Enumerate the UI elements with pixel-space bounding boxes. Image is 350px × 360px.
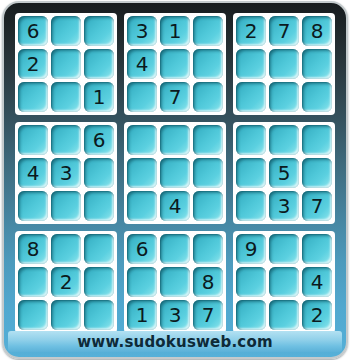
cell-r4c4[interactable] — [127, 125, 157, 155]
cell-r7c6[interactable] — [193, 234, 223, 264]
cell-r8c9: 4 — [302, 267, 332, 297]
cell-r5c3[interactable] — [84, 158, 114, 188]
box-5: 4 — [124, 122, 226, 224]
cell-r9c3[interactable] — [84, 300, 114, 330]
cell-r1c1: 6 — [18, 16, 48, 46]
cell-r9c6: 7 — [193, 300, 223, 330]
cell-r6c9: 7 — [302, 191, 332, 221]
cell-r2c8[interactable] — [269, 49, 299, 79]
cell-r5c2: 3 — [51, 158, 81, 188]
cell-r3c4[interactable] — [127, 82, 157, 112]
cell-r2c2[interactable] — [51, 49, 81, 79]
cell-r8c4[interactable] — [127, 267, 157, 297]
cell-r7c2[interactable] — [51, 234, 81, 264]
cell-r1c4: 3 — [127, 16, 157, 46]
cell-r8c6: 8 — [193, 267, 223, 297]
cell-r9c1[interactable] — [18, 300, 48, 330]
box-3: 278 — [233, 13, 335, 115]
cell-r6c2[interactable] — [51, 191, 81, 221]
cell-r2c3[interactable] — [84, 49, 114, 79]
cell-r8c5[interactable] — [160, 267, 190, 297]
cell-r3c1[interactable] — [18, 82, 48, 112]
cell-r4c9[interactable] — [302, 125, 332, 155]
cell-r7c1: 8 — [18, 234, 48, 264]
box-7: 82 — [15, 231, 117, 333]
cell-r1c8: 7 — [269, 16, 299, 46]
cell-r8c1[interactable] — [18, 267, 48, 297]
box-1: 621 — [15, 13, 117, 115]
cell-r7c5[interactable] — [160, 234, 190, 264]
footer: www.sudokusweb.com — [8, 331, 342, 352]
cell-r5c8: 5 — [269, 158, 299, 188]
cell-r6c3[interactable] — [84, 191, 114, 221]
cell-r3c6[interactable] — [193, 82, 223, 112]
cell-r2c1: 2 — [18, 49, 48, 79]
cell-r2c5[interactable] — [160, 49, 190, 79]
cell-r5c9[interactable] — [302, 158, 332, 188]
cell-r8c3[interactable] — [84, 267, 114, 297]
box-4: 643 — [15, 122, 117, 224]
box-9: 942 — [233, 231, 335, 333]
cell-r6c1[interactable] — [18, 191, 48, 221]
cell-r5c5[interactable] — [160, 158, 190, 188]
cell-r4c1[interactable] — [18, 125, 48, 155]
sudoku-board: 621314727864345378268137942 www.sudokusw… — [2, 1, 348, 359]
cell-r1c3[interactable] — [84, 16, 114, 46]
cell-r7c9[interactable] — [302, 234, 332, 264]
cell-r1c7: 2 — [236, 16, 266, 46]
cell-r8c8[interactable] — [269, 267, 299, 297]
cell-r7c3[interactable] — [84, 234, 114, 264]
cell-r8c2: 2 — [51, 267, 81, 297]
cell-r4c7[interactable] — [236, 125, 266, 155]
cell-r4c6[interactable] — [193, 125, 223, 155]
cell-r5c7[interactable] — [236, 158, 266, 188]
cell-r9c9: 2 — [302, 300, 332, 330]
cell-r5c1: 4 — [18, 158, 48, 188]
cell-r5c4[interactable] — [127, 158, 157, 188]
cell-r2c7[interactable] — [236, 49, 266, 79]
cell-r6c4[interactable] — [127, 191, 157, 221]
cell-r9c5: 3 — [160, 300, 190, 330]
cell-r2c6[interactable] — [193, 49, 223, 79]
cell-r3c2[interactable] — [51, 82, 81, 112]
cell-r9c7[interactable] — [236, 300, 266, 330]
cell-r4c5[interactable] — [160, 125, 190, 155]
sudoku-grid: 621314727864345378268137942 — [15, 13, 335, 333]
cell-r8c7[interactable] — [236, 267, 266, 297]
cell-r2c9[interactable] — [302, 49, 332, 79]
cell-r6c8: 3 — [269, 191, 299, 221]
cell-r9c4: 1 — [127, 300, 157, 330]
cell-r7c7: 9 — [236, 234, 266, 264]
cell-r9c2[interactable] — [51, 300, 81, 330]
cell-r1c2[interactable] — [51, 16, 81, 46]
cell-r5c6[interactable] — [193, 158, 223, 188]
cell-r3c9[interactable] — [302, 82, 332, 112]
cell-r2c4: 4 — [127, 49, 157, 79]
cell-r7c8[interactable] — [269, 234, 299, 264]
cell-r3c3: 1 — [84, 82, 114, 112]
cell-r4c8[interactable] — [269, 125, 299, 155]
box-6: 537 — [233, 122, 335, 224]
cell-r1c9: 8 — [302, 16, 332, 46]
cell-r4c3: 6 — [84, 125, 114, 155]
cell-r1c5: 1 — [160, 16, 190, 46]
cell-r6c7[interactable] — [236, 191, 266, 221]
site-link[interactable]: www.sudokusweb.com — [77, 333, 272, 351]
cell-r7c4: 6 — [127, 234, 157, 264]
cell-r3c5: 7 — [160, 82, 190, 112]
cell-r6c6[interactable] — [193, 191, 223, 221]
box-8: 68137 — [124, 231, 226, 333]
cell-r1c6[interactable] — [193, 16, 223, 46]
cell-r3c7[interactable] — [236, 82, 266, 112]
cell-r3c8[interactable] — [269, 82, 299, 112]
box-2: 3147 — [124, 13, 226, 115]
cell-r6c5: 4 — [160, 191, 190, 221]
cell-r4c2[interactable] — [51, 125, 81, 155]
cell-r9c8[interactable] — [269, 300, 299, 330]
